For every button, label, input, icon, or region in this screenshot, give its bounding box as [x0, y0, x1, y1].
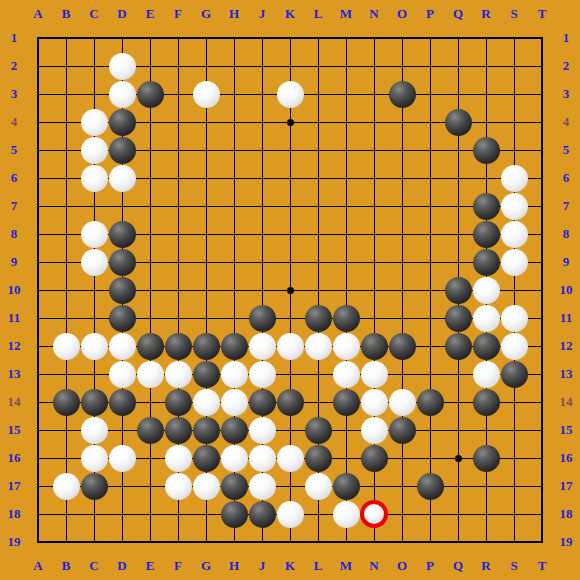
row-label-1: 1 — [552, 24, 580, 52]
column-label-n: N — [360, 555, 388, 577]
black-stone-r7 — [473, 193, 500, 220]
white-stone-n18-last-move — [360, 500, 388, 528]
black-stone-m14 — [333, 389, 360, 416]
black-stone-l16 — [305, 445, 332, 472]
black-stone-p17 — [417, 473, 444, 500]
black-stone-f14 — [165, 389, 192, 416]
black-stone-j18 — [249, 501, 276, 528]
black-stone-p14 — [417, 389, 444, 416]
row-label-4: 4 — [552, 108, 580, 136]
column-label-e: E — [136, 555, 164, 577]
black-stone-q10 — [445, 277, 472, 304]
black-stone-d8 — [109, 221, 136, 248]
row-label-3: 3 — [552, 80, 580, 108]
column-label-l: L — [304, 3, 332, 25]
column-label-j: J — [248, 555, 276, 577]
column-label-b: B — [52, 3, 80, 25]
white-stone-m18 — [333, 501, 360, 528]
black-stone-j11 — [249, 305, 276, 332]
white-stone-d3 — [109, 81, 136, 108]
black-stone-r5 — [473, 137, 500, 164]
black-stone-f12 — [165, 333, 192, 360]
white-stone-g3 — [193, 81, 220, 108]
black-stone-o12 — [389, 333, 416, 360]
row-labels-right: 12345678910111213141516171819 — [552, 24, 580, 556]
row-label-11: 11 — [552, 304, 580, 332]
column-labels-top: ABCDEFGHJKLMNOPQRST — [24, 3, 556, 25]
column-label-a: A — [24, 555, 52, 577]
black-stone-d10 — [109, 277, 136, 304]
column-label-q: Q — [444, 3, 472, 25]
column-label-l: L — [304, 555, 332, 577]
black-stone-r14 — [473, 389, 500, 416]
black-stone-r9 — [473, 249, 500, 276]
black-stone-d14 — [109, 389, 136, 416]
column-label-o: O — [388, 3, 416, 25]
black-stone-q12 — [445, 333, 472, 360]
white-stone-b17 — [53, 473, 80, 500]
column-label-h: H — [220, 3, 248, 25]
column-label-a: A — [24, 3, 52, 25]
white-stone-h13 — [221, 361, 248, 388]
column-label-r: R — [472, 555, 500, 577]
white-stone-o14 — [389, 389, 416, 416]
white-stone-j17 — [249, 473, 276, 500]
column-label-p: P — [416, 555, 444, 577]
white-stone-s6 — [501, 165, 528, 192]
white-stone-e13 — [137, 361, 164, 388]
black-stone-h12 — [221, 333, 248, 360]
white-stone-k16 — [277, 445, 304, 472]
white-stone-f16 — [165, 445, 192, 472]
black-stone-l11 — [305, 305, 332, 332]
black-stone-g13 — [193, 361, 220, 388]
column-label-e: E — [136, 3, 164, 25]
black-stone-l15 — [305, 417, 332, 444]
black-stone-h18 — [221, 501, 248, 528]
black-stone-g16 — [193, 445, 220, 472]
white-stone-j15 — [249, 417, 276, 444]
row-label-7: 7 — [552, 192, 580, 220]
black-stone-m11 — [333, 305, 360, 332]
column-labels-bottom: ABCDEFGHJKLMNOPQRST — [24, 555, 556, 577]
white-stone-d13 — [109, 361, 136, 388]
column-label-s: S — [500, 3, 528, 25]
column-label-r: R — [472, 3, 500, 25]
black-stone-g15 — [193, 417, 220, 444]
column-label-o: O — [388, 555, 416, 577]
row-label-8: 8 — [552, 220, 580, 248]
white-stone-c4 — [81, 109, 108, 136]
hoshi-point-q16 — [455, 455, 462, 462]
white-stone-d16 — [109, 445, 136, 472]
hoshi-point-k10 — [287, 287, 294, 294]
column-label-s: S — [500, 555, 528, 577]
row-label-13: 13 — [552, 360, 580, 388]
column-label-b: B — [52, 555, 80, 577]
column-label-f: F — [164, 555, 192, 577]
black-stone-g12 — [193, 333, 220, 360]
column-label-c: C — [80, 3, 108, 25]
black-stone-e3 — [137, 81, 164, 108]
white-stone-l12 — [305, 333, 332, 360]
white-stone-h16 — [221, 445, 248, 472]
white-stone-c9 — [81, 249, 108, 276]
column-label-d: D — [108, 3, 136, 25]
black-stone-d11 — [109, 305, 136, 332]
row-label-10: 10 — [552, 276, 580, 304]
row-label-19: 19 — [552, 528, 580, 556]
black-stone-h15 — [221, 417, 248, 444]
black-stone-c17 — [81, 473, 108, 500]
white-stone-c12 — [81, 333, 108, 360]
white-stone-j16 — [249, 445, 276, 472]
column-label-g: G — [192, 3, 220, 25]
row-label-16: 16 — [552, 444, 580, 472]
white-stone-d2 — [109, 53, 136, 80]
black-stone-s13 — [501, 361, 528, 388]
white-stone-n14 — [361, 389, 388, 416]
row-label-17: 17 — [552, 472, 580, 500]
black-stone-m17 — [333, 473, 360, 500]
white-stone-r11 — [473, 305, 500, 332]
white-stone-c8 — [81, 221, 108, 248]
black-stone-d5 — [109, 137, 136, 164]
white-stone-c5 — [81, 137, 108, 164]
row-label-12: 12 — [552, 332, 580, 360]
black-stone-n12 — [361, 333, 388, 360]
white-stone-n15 — [361, 417, 388, 444]
white-stone-f13 — [165, 361, 192, 388]
black-stone-k14 — [277, 389, 304, 416]
white-stone-k3 — [277, 81, 304, 108]
go-board: ABCDEFGHJKLMNOPQRST ABCDEFGHJKLMNOPQRST … — [0, 0, 580, 580]
white-stone-n13 — [361, 361, 388, 388]
white-stone-j12 — [249, 333, 276, 360]
row-label-18: 18 — [552, 500, 580, 528]
black-stone-d4 — [109, 109, 136, 136]
column-label-h: H — [220, 555, 248, 577]
white-stone-k18 — [277, 501, 304, 528]
white-stone-r10 — [473, 277, 500, 304]
white-stone-d12 — [109, 333, 136, 360]
white-stone-g14 — [193, 389, 220, 416]
column-label-m: M — [332, 3, 360, 25]
column-label-c: C — [80, 555, 108, 577]
row-label-5: 5 — [552, 136, 580, 164]
column-label-t: T — [528, 3, 556, 25]
column-label-k: K — [276, 3, 304, 25]
black-stone-r16 — [473, 445, 500, 472]
white-stone-h14 — [221, 389, 248, 416]
column-label-n: N — [360, 3, 388, 25]
black-stone-o3 — [389, 81, 416, 108]
black-stone-d9 — [109, 249, 136, 276]
white-stone-s12 — [501, 333, 528, 360]
black-stone-q11 — [445, 305, 472, 332]
column-label-p: P — [416, 3, 444, 25]
white-stone-g17 — [193, 473, 220, 500]
white-stone-d6 — [109, 165, 136, 192]
black-stone-j14 — [249, 389, 276, 416]
row-label-2: 2 — [552, 52, 580, 80]
column-label-t: T — [528, 555, 556, 577]
board-intersections[interactable] — [24, 24, 556, 556]
black-stone-r12 — [473, 333, 500, 360]
column-label-j: J — [248, 3, 276, 25]
white-stone-l17 — [305, 473, 332, 500]
column-label-f: F — [164, 3, 192, 25]
black-stone-e15 — [137, 417, 164, 444]
column-label-q: Q — [444, 555, 472, 577]
white-stone-j13 — [249, 361, 276, 388]
white-stone-k12 — [277, 333, 304, 360]
black-stone-n16 — [361, 445, 388, 472]
white-stone-c16 — [81, 445, 108, 472]
white-stone-s9 — [501, 249, 528, 276]
hoshi-point-k4 — [287, 119, 294, 126]
black-stone-c14 — [81, 389, 108, 416]
white-stone-c15 — [81, 417, 108, 444]
white-stone-s7 — [501, 193, 528, 220]
column-label-k: K — [276, 555, 304, 577]
white-stone-c6 — [81, 165, 108, 192]
white-stone-b12 — [53, 333, 80, 360]
black-stone-r8 — [473, 221, 500, 248]
row-label-6: 6 — [552, 164, 580, 192]
black-stone-q4 — [445, 109, 472, 136]
column-label-m: M — [332, 555, 360, 577]
column-label-g: G — [192, 555, 220, 577]
row-label-9: 9 — [552, 248, 580, 276]
black-stone-e12 — [137, 333, 164, 360]
row-label-14: 14 — [552, 388, 580, 416]
row-label-15: 15 — [552, 416, 580, 444]
white-stone-r13 — [473, 361, 500, 388]
black-stone-h17 — [221, 473, 248, 500]
white-stone-m12 — [333, 333, 360, 360]
black-stone-b14 — [53, 389, 80, 416]
white-stone-f17 — [165, 473, 192, 500]
column-label-d: D — [108, 555, 136, 577]
black-stone-o15 — [389, 417, 416, 444]
black-stone-f15 — [165, 417, 192, 444]
white-stone-s11 — [501, 305, 528, 332]
white-stone-s8 — [501, 221, 528, 248]
white-stone-m13 — [333, 361, 360, 388]
